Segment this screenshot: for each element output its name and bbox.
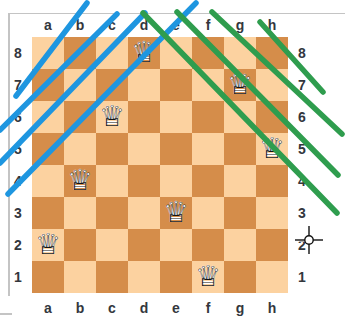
square-h1[interactable] [256,261,288,293]
square-b5[interactable] [64,133,96,165]
square-h8[interactable] [256,37,288,69]
square-h6[interactable] [256,101,288,133]
square-h2[interactable] [256,229,288,261]
rank-label-right-8: 8 [292,45,312,61]
chess-board [32,37,288,293]
square-d1[interactable] [128,261,160,293]
rank-label-right-1: 1 [292,269,312,285]
square-e6[interactable] [160,101,192,133]
square-c2[interactable] [96,229,128,261]
square-h3[interactable] [256,197,288,229]
square-c5[interactable] [96,133,128,165]
square-e2[interactable] [160,229,192,261]
square-e5[interactable] [160,133,192,165]
rank-label-left-5: 5 [8,141,28,157]
square-g2[interactable] [224,229,256,261]
square-b2[interactable] [64,229,96,261]
square-f8[interactable] [192,37,224,69]
square-e8[interactable] [160,37,192,69]
square-g8[interactable] [224,37,256,69]
square-d5[interactable] [128,133,160,165]
file-label-bottom-e: e [160,300,192,316]
square-h4[interactable] [256,165,288,197]
file-label-bottom-g: g [224,300,256,316]
square-e1[interactable] [160,261,192,293]
square-a7[interactable] [32,69,64,101]
file-label-top-g: g [224,17,256,33]
square-c8[interactable] [96,37,128,69]
square-c3[interactable] [96,197,128,229]
square-g3[interactable] [224,197,256,229]
rank-label-right-7: 7 [292,77,312,93]
frame-border-bottom-left-segment [0,313,12,315]
square-a5[interactable] [32,133,64,165]
rank-label-right-6: 6 [292,109,312,125]
square-g7[interactable] [224,69,256,101]
square-h7[interactable] [256,69,288,101]
square-b3[interactable] [64,197,96,229]
square-f4[interactable] [192,165,224,197]
square-d2[interactable] [128,229,160,261]
rank-label-right-3: 3 [292,205,312,221]
square-b6[interactable] [64,101,96,133]
square-b7[interactable] [64,69,96,101]
square-g6[interactable] [224,101,256,133]
file-label-bottom-a: a [32,300,64,316]
rank-label-left-2: 2 [8,237,28,253]
square-f6[interactable] [192,101,224,133]
rank-label-left-7: 7 [8,77,28,93]
square-f5[interactable] [192,133,224,165]
file-label-bottom-d: d [128,300,160,316]
square-b1[interactable] [64,261,96,293]
square-f3[interactable] [192,197,224,229]
file-label-bottom-c: c [96,300,128,316]
square-f7[interactable] [192,69,224,101]
file-label-top-h: h [256,17,288,33]
file-label-top-d: d [128,17,160,33]
rank-label-right-4: 4 [292,173,312,189]
file-label-top-e: e [160,17,192,33]
file-label-bottom-f: f [192,300,224,316]
square-a8[interactable] [32,37,64,69]
square-d4[interactable] [128,165,160,197]
square-g4[interactable] [224,165,256,197]
rank-label-right-2: 2 [292,237,312,253]
square-c4[interactable] [96,165,128,197]
rank-label-left-8: 8 [8,45,28,61]
square-d3[interactable] [128,197,160,229]
square-g1[interactable] [224,261,256,293]
square-d8[interactable] [128,37,160,69]
frame-border-top [8,13,345,15]
rank-label-left-4: 4 [8,173,28,189]
square-a2[interactable] [32,229,64,261]
square-c7[interactable] [96,69,128,101]
square-a6[interactable] [32,101,64,133]
file-label-top-a: a [32,17,64,33]
square-e3[interactable] [160,197,192,229]
rank-label-left-6: 6 [8,109,28,125]
square-d7[interactable] [128,69,160,101]
square-f1[interactable] [192,261,224,293]
square-d6[interactable] [128,101,160,133]
square-g5[interactable] [224,133,256,165]
square-h5[interactable] [256,133,288,165]
square-a4[interactable] [32,165,64,197]
frame-border-left [8,13,10,296]
square-a3[interactable] [32,197,64,229]
square-f2[interactable] [192,229,224,261]
rank-label-left-1: 1 [8,269,28,285]
square-b4[interactable] [64,165,96,197]
square-b8[interactable] [64,37,96,69]
file-label-bottom-b: b [64,300,96,316]
square-c6[interactable] [96,101,128,133]
cursor-circle [305,236,313,244]
square-e4[interactable] [160,165,192,197]
square-a1[interactable] [32,261,64,293]
square-c1[interactable] [96,261,128,293]
chess-diagram-stage: aabbccddeeffgghh8877665544332211 ♛♕♛♕♛♕♛… [0,0,345,327]
rank-label-right-5: 5 [292,141,312,157]
square-e7[interactable] [160,69,192,101]
rank-label-left-3: 3 [8,205,28,221]
file-label-top-f: f [192,17,224,33]
file-label-top-c: c [96,17,128,33]
file-label-top-b: b [64,17,96,33]
file-label-bottom-h: h [256,300,288,316]
